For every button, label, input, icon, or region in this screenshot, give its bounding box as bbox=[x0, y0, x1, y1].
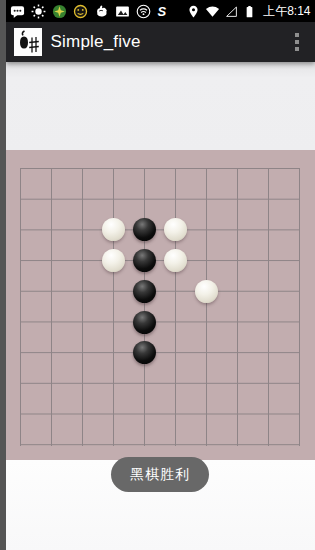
board[interactable] bbox=[6, 150, 315, 460]
system-status-icons: 上午8:14 bbox=[187, 3, 310, 20]
s-badge-icon: S bbox=[157, 4, 168, 19]
green-ball-icon bbox=[52, 4, 67, 19]
network-icon bbox=[136, 4, 151, 19]
battery-icon bbox=[243, 5, 256, 18]
stone-black bbox=[133, 218, 156, 241]
notification-icons: S bbox=[10, 4, 168, 19]
stone-white bbox=[195, 280, 218, 303]
message-icon bbox=[10, 4, 25, 19]
hand-icon bbox=[94, 4, 109, 19]
content-background bbox=[6, 62, 315, 150]
smiley-icon bbox=[73, 4, 88, 19]
stone-white bbox=[102, 218, 125, 241]
brightness-icon bbox=[31, 4, 46, 19]
photo-icon bbox=[115, 4, 130, 19]
stone-black bbox=[133, 341, 156, 364]
stone-white bbox=[102, 249, 125, 272]
app-logo-icon bbox=[14, 28, 42, 56]
result-toast: 黑棋胜利 bbox=[111, 457, 209, 492]
stone-black bbox=[133, 311, 156, 334]
location-icon bbox=[187, 5, 200, 18]
wifi-icon bbox=[205, 4, 220, 19]
stone-black bbox=[133, 249, 156, 272]
clock: 上午8:14 bbox=[263, 3, 310, 20]
stone-black bbox=[133, 280, 156, 303]
status-bar: S 上午8:14 bbox=[6, 0, 315, 22]
stone-white bbox=[164, 218, 187, 241]
stone-white bbox=[164, 249, 187, 272]
board-grid bbox=[20, 168, 300, 446]
page-title: Simple_five bbox=[51, 32, 141, 52]
phone-screen: S 上午8:14 bbox=[6, 0, 315, 550]
signal-icon bbox=[225, 5, 238, 18]
overflow-menu-icon[interactable] bbox=[287, 27, 307, 57]
app-bar: Simple_five bbox=[6, 22, 315, 62]
